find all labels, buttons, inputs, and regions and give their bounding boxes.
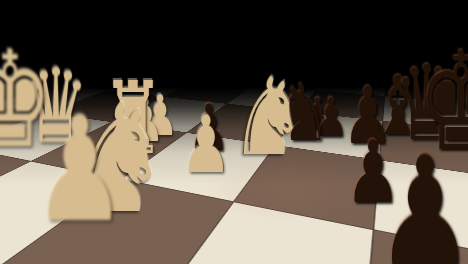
pieces-layer: ♟♝♟♟♛♞♛♟♟♚♚♟♜♞♟♟♞♟♟	[0, 0, 468, 264]
chess-photo-scene: ♟♝♟♟♛♞♛♟♟♚♚♟♜♞♟♟♞♟♟	[0, 0, 468, 264]
piece-white-knight-e5: ♞	[230, 64, 307, 171]
piece-black-pawn-g7: ♟	[376, 136, 468, 264]
piece-white-pawn-e4: ♟	[181, 106, 232, 185]
piece-white-pawn-f2: ♟	[33, 97, 127, 242]
